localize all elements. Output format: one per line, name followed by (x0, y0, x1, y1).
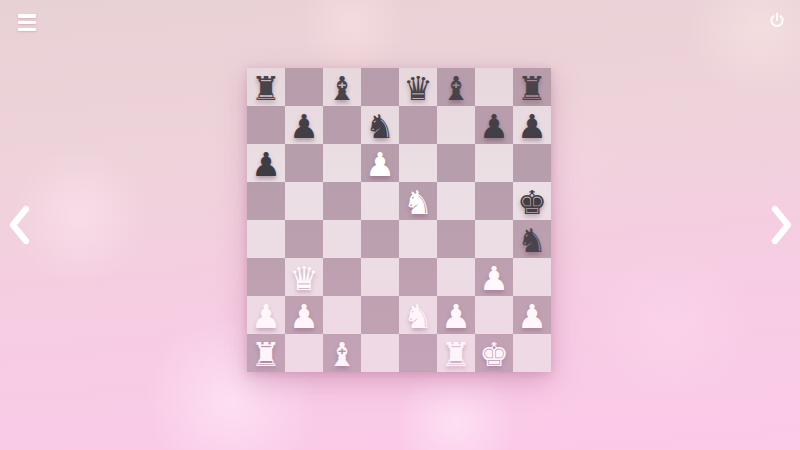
piece-white-rook[interactable]: ♜ (437, 334, 475, 372)
menu-button[interactable] (18, 14, 36, 31)
square-d8[interactable] (361, 68, 399, 106)
square-b3[interactable]: ♛ (285, 258, 323, 296)
piece-white-bishop[interactable]: ♝ (323, 334, 361, 372)
square-g7[interactable]: ♟ (475, 106, 513, 144)
square-d4[interactable] (361, 220, 399, 258)
square-g8[interactable] (475, 68, 513, 106)
piece-black-bishop[interactable]: ♝ (323, 68, 361, 106)
square-c8[interactable]: ♝ (323, 68, 361, 106)
square-c5[interactable] (323, 182, 361, 220)
piece-black-queen[interactable]: ♛ (399, 68, 437, 106)
chevron-left-icon (7, 205, 31, 245)
piece-white-pawn[interactable]: ♟ (513, 296, 551, 334)
square-b2[interactable]: ♟ (285, 296, 323, 334)
piece-black-pawn[interactable]: ♟ (247, 144, 285, 182)
piece-white-king[interactable]: ♚ (475, 334, 513, 372)
square-c3[interactable] (323, 258, 361, 296)
piece-black-knight[interactable]: ♞ (361, 106, 399, 144)
piece-white-pawn[interactable]: ♟ (247, 296, 285, 334)
square-d7[interactable]: ♞ (361, 106, 399, 144)
square-b8[interactable] (285, 68, 323, 106)
square-a1[interactable]: ♜ (247, 334, 285, 372)
power-icon (768, 12, 786, 30)
hamburger-icon (18, 21, 36, 25)
square-f1[interactable]: ♜ (437, 334, 475, 372)
square-c1[interactable]: ♝ (323, 334, 361, 372)
piece-white-pawn[interactable]: ♟ (437, 296, 475, 334)
square-c7[interactable] (323, 106, 361, 144)
square-h5[interactable]: ♚ (513, 182, 551, 220)
square-e7[interactable] (399, 106, 437, 144)
square-e1[interactable] (399, 334, 437, 372)
piece-white-knight[interactable]: ♞ (399, 182, 437, 220)
square-c4[interactable] (323, 220, 361, 258)
piece-black-rook[interactable]: ♜ (513, 68, 551, 106)
square-h3[interactable] (513, 258, 551, 296)
piece-black-knight[interactable]: ♞ (513, 220, 551, 258)
piece-black-pawn[interactable]: ♟ (475, 106, 513, 144)
square-a4[interactable] (247, 220, 285, 258)
square-g3[interactable]: ♟ (475, 258, 513, 296)
square-f8[interactable]: ♝ (437, 68, 475, 106)
square-e5[interactable]: ♞ (399, 182, 437, 220)
square-f3[interactable] (437, 258, 475, 296)
piece-black-bishop[interactable]: ♝ (437, 68, 475, 106)
square-f6[interactable] (437, 144, 475, 182)
square-f4[interactable] (437, 220, 475, 258)
square-h1[interactable] (513, 334, 551, 372)
square-a2[interactable]: ♟ (247, 296, 285, 334)
piece-black-king[interactable]: ♚ (513, 182, 551, 220)
square-h4[interactable]: ♞ (513, 220, 551, 258)
square-h2[interactable]: ♟ (513, 296, 551, 334)
piece-white-knight[interactable]: ♞ (399, 296, 437, 334)
app-window: ♜♝♛♝♜♟♞♟♟♟♟♞♚♞♛♟♟♟♞♟♟♜♝♜♚ (0, 0, 800, 450)
hamburger-icon (18, 14, 36, 18)
chevron-right-icon (770, 205, 794, 245)
square-e8[interactable]: ♛ (399, 68, 437, 106)
square-f2[interactable]: ♟ (437, 296, 475, 334)
piece-black-pawn[interactable]: ♟ (285, 106, 323, 144)
square-e6[interactable] (399, 144, 437, 182)
square-c6[interactable] (323, 144, 361, 182)
square-c2[interactable] (323, 296, 361, 334)
square-f7[interactable] (437, 106, 475, 144)
square-a7[interactable] (247, 106, 285, 144)
square-b4[interactable] (285, 220, 323, 258)
square-a8[interactable]: ♜ (247, 68, 285, 106)
square-g2[interactable] (475, 296, 513, 334)
board-container: ♜♝♛♝♜♟♞♟♟♟♟♞♚♞♛♟♟♟♞♟♟♜♝♜♚ (247, 68, 551, 372)
prev-button[interactable] (7, 205, 31, 245)
next-button[interactable] (770, 205, 794, 245)
square-h6[interactable] (513, 144, 551, 182)
square-g1[interactable]: ♚ (475, 334, 513, 372)
square-b7[interactable]: ♟ (285, 106, 323, 144)
square-g6[interactable] (475, 144, 513, 182)
piece-white-queen[interactable]: ♛ (285, 258, 323, 296)
hamburger-icon (18, 28, 36, 32)
square-h8[interactable]: ♜ (513, 68, 551, 106)
power-button[interactable] (768, 12, 786, 30)
square-d6[interactable]: ♟ (361, 144, 399, 182)
square-d2[interactable] (361, 296, 399, 334)
square-e4[interactable] (399, 220, 437, 258)
piece-white-pawn[interactable]: ♟ (285, 296, 323, 334)
piece-black-pawn[interactable]: ♟ (513, 106, 551, 144)
square-b6[interactable] (285, 144, 323, 182)
square-h7[interactable]: ♟ (513, 106, 551, 144)
piece-black-rook[interactable]: ♜ (247, 68, 285, 106)
square-d1[interactable] (361, 334, 399, 372)
square-g5[interactable] (475, 182, 513, 220)
square-e3[interactable] (399, 258, 437, 296)
piece-white-rook[interactable]: ♜ (247, 334, 285, 372)
chess-board: ♜♝♛♝♜♟♞♟♟♟♟♞♚♞♛♟♟♟♞♟♟♜♝♜♚ (247, 68, 551, 372)
square-a3[interactable] (247, 258, 285, 296)
piece-white-pawn[interactable]: ♟ (475, 258, 513, 296)
square-g4[interactable] (475, 220, 513, 258)
square-f5[interactable] (437, 182, 475, 220)
square-b5[interactable] (285, 182, 323, 220)
piece-white-pawn[interactable]: ♟ (361, 144, 399, 182)
square-b1[interactable] (285, 334, 323, 372)
square-d5[interactable] (361, 182, 399, 220)
square-a5[interactable] (247, 182, 285, 220)
square-a6[interactable]: ♟ (247, 144, 285, 182)
square-d3[interactable] (361, 258, 399, 296)
square-e2[interactable]: ♞ (399, 296, 437, 334)
